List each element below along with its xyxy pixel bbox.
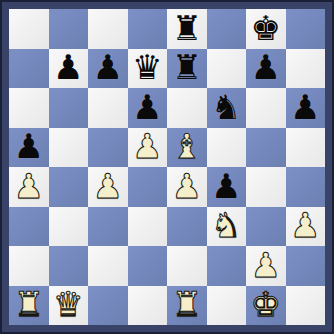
white-rook[interactable]: ♜: [172, 287, 202, 321]
square-e6[interactable]: [167, 88, 207, 128]
square-a3[interactable]: [9, 207, 49, 247]
white-queen[interactable]: ♛: [53, 287, 83, 321]
square-e2[interactable]: [167, 246, 207, 286]
white-bishop[interactable]: ♝: [172, 129, 202, 163]
square-g3[interactable]: [246, 207, 286, 247]
white-pawn[interactable]: ♟: [14, 169, 44, 203]
square-d7[interactable]: ♛: [128, 49, 168, 89]
square-h8[interactable]: [286, 9, 326, 49]
square-h3[interactable]: ♟: [286, 207, 326, 247]
square-e5[interactable]: ♝: [167, 128, 207, 168]
white-pawn[interactable]: ♟: [290, 208, 320, 242]
square-c3[interactable]: [88, 207, 128, 247]
black-knight[interactable]: ♞: [211, 90, 241, 124]
square-e1[interactable]: ♜: [167, 286, 207, 326]
square-a2[interactable]: [9, 246, 49, 286]
chess-board-frame: ♜♚♟♟♛♜♟♟♞♟♟♟♝♟♟♟♟♞♟♟♜♛♜♚: [0, 0, 334, 334]
square-d8[interactable]: [128, 9, 168, 49]
square-f8[interactable]: [207, 9, 247, 49]
square-c8[interactable]: [88, 9, 128, 49]
square-d3[interactable]: [128, 207, 168, 247]
white-pawn[interactable]: ♟: [93, 169, 123, 203]
square-b2[interactable]: [49, 246, 89, 286]
square-h4[interactable]: [286, 167, 326, 207]
black-pawn[interactable]: ♟: [14, 129, 44, 163]
square-b8[interactable]: [49, 9, 89, 49]
black-pawn[interactable]: ♟: [132, 90, 162, 124]
white-pawn[interactable]: ♟: [251, 248, 281, 282]
white-king[interactable]: ♚: [251, 287, 281, 321]
square-a4[interactable]: ♟: [9, 167, 49, 207]
square-g7[interactable]: ♟: [246, 49, 286, 89]
square-e3[interactable]: [167, 207, 207, 247]
chess-board: ♜♚♟♟♛♜♟♟♞♟♟♟♝♟♟♟♟♞♟♟♜♛♜♚: [9, 9, 325, 325]
black-pawn[interactable]: ♟: [211, 169, 241, 203]
square-g8[interactable]: ♚: [246, 9, 286, 49]
white-rook[interactable]: ♜: [14, 287, 44, 321]
black-pawn[interactable]: ♟: [93, 50, 123, 84]
black-rook[interactable]: ♜: [172, 50, 202, 84]
square-g6[interactable]: [246, 88, 286, 128]
white-pawn[interactable]: ♟: [172, 169, 202, 203]
square-f7[interactable]: [207, 49, 247, 89]
square-a5[interactable]: ♟: [9, 128, 49, 168]
square-d6[interactable]: ♟: [128, 88, 168, 128]
square-g5[interactable]: [246, 128, 286, 168]
square-f2[interactable]: [207, 246, 247, 286]
square-c5[interactable]: [88, 128, 128, 168]
black-rook[interactable]: ♜: [172, 11, 202, 45]
square-a7[interactable]: [9, 49, 49, 89]
square-d5[interactable]: ♟: [128, 128, 168, 168]
square-f4[interactable]: ♟: [207, 167, 247, 207]
square-f6[interactable]: ♞: [207, 88, 247, 128]
square-c1[interactable]: [88, 286, 128, 326]
square-f1[interactable]: [207, 286, 247, 326]
square-d1[interactable]: [128, 286, 168, 326]
square-e4[interactable]: ♟: [167, 167, 207, 207]
square-d2[interactable]: [128, 246, 168, 286]
square-c2[interactable]: [88, 246, 128, 286]
black-pawn[interactable]: ♟: [53, 50, 83, 84]
square-c7[interactable]: ♟: [88, 49, 128, 89]
square-b7[interactable]: ♟: [49, 49, 89, 89]
square-h6[interactable]: ♟: [286, 88, 326, 128]
square-b5[interactable]: [49, 128, 89, 168]
black-queen[interactable]: ♛: [132, 50, 162, 84]
square-e7[interactable]: ♜: [167, 49, 207, 89]
square-b1[interactable]: ♛: [49, 286, 89, 326]
square-c6[interactable]: [88, 88, 128, 128]
square-h5[interactable]: [286, 128, 326, 168]
white-knight[interactable]: ♞: [211, 208, 241, 242]
square-e8[interactable]: ♜: [167, 9, 207, 49]
black-king[interactable]: ♚: [251, 11, 281, 45]
square-g4[interactable]: [246, 167, 286, 207]
square-a6[interactable]: [9, 88, 49, 128]
square-b6[interactable]: [49, 88, 89, 128]
square-h1[interactable]: [286, 286, 326, 326]
square-d4[interactable]: [128, 167, 168, 207]
square-a1[interactable]: ♜: [9, 286, 49, 326]
square-b4[interactable]: [49, 167, 89, 207]
square-a8[interactable]: [9, 9, 49, 49]
square-f3[interactable]: ♞: [207, 207, 247, 247]
white-pawn[interactable]: ♟: [132, 129, 162, 163]
square-f5[interactable]: [207, 128, 247, 168]
square-b3[interactable]: [49, 207, 89, 247]
black-pawn[interactable]: ♟: [290, 90, 320, 124]
black-pawn[interactable]: ♟: [251, 50, 281, 84]
square-h2[interactable]: [286, 246, 326, 286]
square-g2[interactable]: ♟: [246, 246, 286, 286]
square-h7[interactable]: [286, 49, 326, 89]
square-c4[interactable]: ♟: [88, 167, 128, 207]
square-g1[interactable]: ♚: [246, 286, 286, 326]
